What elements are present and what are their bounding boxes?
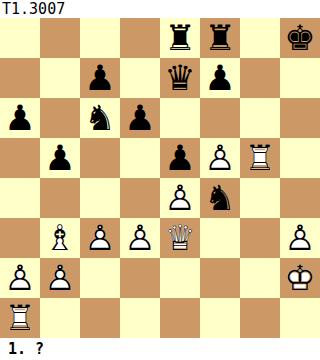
square-f8[interactable]: ♜: [200, 18, 240, 58]
white-pawn-outline: ♙: [120, 218, 160, 258]
white-queen-outline: ♕: [160, 218, 200, 258]
square-e6[interactable]: [160, 98, 200, 138]
square-a5[interactable]: [0, 138, 40, 178]
black-pawn[interactable]: ♟: [0, 98, 40, 138]
white-pawn-outline: ♙: [0, 258, 40, 298]
square-d8[interactable]: [120, 18, 160, 58]
puzzle-title: T1.3007: [0, 0, 320, 18]
square-f7[interactable]: ♟: [200, 58, 240, 98]
square-b2[interactable]: ♟♙: [40, 258, 80, 298]
square-c6[interactable]: ♞: [80, 98, 120, 138]
black-pawn-glyph: ♟: [160, 138, 200, 178]
white-pawn[interactable]: ♟♙: [160, 178, 200, 218]
square-f1[interactable]: [200, 298, 240, 338]
square-h3[interactable]: ♟♙: [280, 218, 320, 258]
white-pawn[interactable]: ♟♙: [120, 218, 160, 258]
black-rook[interactable]: ♜: [200, 18, 240, 58]
white-pawn-outline: ♙: [200, 138, 240, 178]
square-c7[interactable]: ♟: [80, 58, 120, 98]
black-rook-glyph: ♜: [200, 18, 240, 58]
square-e5[interactable]: ♟: [160, 138, 200, 178]
chess-puzzle-page: T1.3007 ♜♜♚♟♛♟♟♞♟♟♟♟♙♜♖♟♙♞♝♗♟♙♟♙♛♕♟♙♟♙♟♙…: [0, 0, 320, 360]
square-d3[interactable]: ♟♙: [120, 218, 160, 258]
square-g3[interactable]: [240, 218, 280, 258]
white-rook-outline: ♖: [0, 298, 40, 338]
square-e1[interactable]: [160, 298, 200, 338]
black-king[interactable]: ♚: [280, 18, 320, 58]
white-pawn[interactable]: ♟♙: [40, 258, 80, 298]
square-h2[interactable]: ♚♔: [280, 258, 320, 298]
black-pawn[interactable]: ♟: [80, 58, 120, 98]
black-pawn[interactable]: ♟: [160, 138, 200, 178]
square-h5[interactable]: [280, 138, 320, 178]
white-king-outline: ♔: [280, 258, 320, 298]
square-d2[interactable]: [120, 258, 160, 298]
square-a4[interactable]: [0, 178, 40, 218]
black-queen-glyph: ♛: [160, 58, 200, 98]
black-pawn[interactable]: ♟: [120, 98, 160, 138]
white-rook[interactable]: ♜♖: [240, 138, 280, 178]
square-a7[interactable]: [0, 58, 40, 98]
square-g4[interactable]: [240, 178, 280, 218]
black-knight-glyph: ♞: [80, 98, 120, 138]
square-b5[interactable]: ♟: [40, 138, 80, 178]
black-knight[interactable]: ♞: [80, 98, 120, 138]
white-bishop-outline: ♗: [40, 218, 80, 258]
square-d6[interactable]: ♟: [120, 98, 160, 138]
white-pawn-outline: ♙: [280, 218, 320, 258]
square-a1[interactable]: ♜♖: [0, 298, 40, 338]
square-e3[interactable]: ♛♕: [160, 218, 200, 258]
black-rook-glyph: ♜: [160, 18, 200, 58]
square-h4[interactable]: [280, 178, 320, 218]
square-f3[interactable]: [200, 218, 240, 258]
black-knight-glyph: ♞: [200, 178, 240, 218]
black-pawn-glyph: ♟: [0, 98, 40, 138]
square-f2[interactable]: [200, 258, 240, 298]
square-b6[interactable]: [40, 98, 80, 138]
square-g7[interactable]: [240, 58, 280, 98]
black-king-glyph: ♚: [280, 18, 320, 58]
square-c8[interactable]: [80, 18, 120, 58]
square-h6[interactable]: [280, 98, 320, 138]
square-d7[interactable]: [120, 58, 160, 98]
square-f4[interactable]: ♞: [200, 178, 240, 218]
white-pawn[interactable]: ♟♙: [0, 258, 40, 298]
square-g6[interactable]: [240, 98, 280, 138]
square-h8[interactable]: ♚: [280, 18, 320, 58]
square-c3[interactable]: ♟♙: [80, 218, 120, 258]
square-b7[interactable]: [40, 58, 80, 98]
square-a2[interactable]: ♟♙: [0, 258, 40, 298]
square-g1[interactable]: [240, 298, 280, 338]
square-c2[interactable]: [80, 258, 120, 298]
square-c5[interactable]: [80, 138, 120, 178]
square-a8[interactable]: [0, 18, 40, 58]
square-e4[interactable]: ♟♙: [160, 178, 200, 218]
square-c1[interactable]: [80, 298, 120, 338]
square-h7[interactable]: [280, 58, 320, 98]
square-e8[interactable]: ♜: [160, 18, 200, 58]
black-pawn-glyph: ♟: [200, 58, 240, 98]
black-pawn-glyph: ♟: [80, 58, 120, 98]
square-d5[interactable]: [120, 138, 160, 178]
black-queen[interactable]: ♛: [160, 58, 200, 98]
white-king[interactable]: ♚♔: [280, 258, 320, 298]
white-pawn-outline: ♙: [40, 258, 80, 298]
square-a3[interactable]: [0, 218, 40, 258]
square-b1[interactable]: [40, 298, 80, 338]
white-pawn-outline: ♙: [160, 178, 200, 218]
square-g5[interactable]: ♜♖: [240, 138, 280, 178]
white-queen[interactable]: ♛♕: [160, 218, 200, 258]
square-h1[interactable]: [280, 298, 320, 338]
square-f6[interactable]: [200, 98, 240, 138]
black-pawn-glyph: ♟: [40, 138, 80, 178]
square-f5[interactable]: ♟♙: [200, 138, 240, 178]
square-g8[interactable]: [240, 18, 280, 58]
square-d1[interactable]: [120, 298, 160, 338]
square-d4[interactable]: [120, 178, 160, 218]
white-pawn[interactable]: ♟♙: [280, 218, 320, 258]
white-rook[interactable]: ♜♖: [0, 298, 40, 338]
black-rook[interactable]: ♜: [160, 18, 200, 58]
white-pawn-outline: ♙: [80, 218, 120, 258]
square-a6[interactable]: ♟: [0, 98, 40, 138]
square-e7[interactable]: ♛: [160, 58, 200, 98]
white-bishop[interactable]: ♝♗: [40, 218, 80, 258]
black-knight[interactable]: ♞: [200, 178, 240, 218]
black-pawn[interactable]: ♟: [40, 138, 80, 178]
white-pawn[interactable]: ♟♙: [200, 138, 240, 178]
white-rook-outline: ♖: [240, 138, 280, 178]
black-pawn-glyph: ♟: [120, 98, 160, 138]
chess-board: ♜♜♚♟♛♟♟♞♟♟♟♟♙♜♖♟♙♞♝♗♟♙♟♙♛♕♟♙♟♙♟♙♚♔♜♖: [0, 18, 320, 338]
white-pawn[interactable]: ♟♙: [80, 218, 120, 258]
square-b3[interactable]: ♝♗: [40, 218, 80, 258]
square-e2[interactable]: [160, 258, 200, 298]
black-pawn[interactable]: ♟: [200, 58, 240, 98]
square-b8[interactable]: [40, 18, 80, 58]
square-g2[interactable]: [240, 258, 280, 298]
move-prompt: 1. ?: [0, 338, 320, 360]
square-b4[interactable]: [40, 178, 80, 218]
square-c4[interactable]: [80, 178, 120, 218]
